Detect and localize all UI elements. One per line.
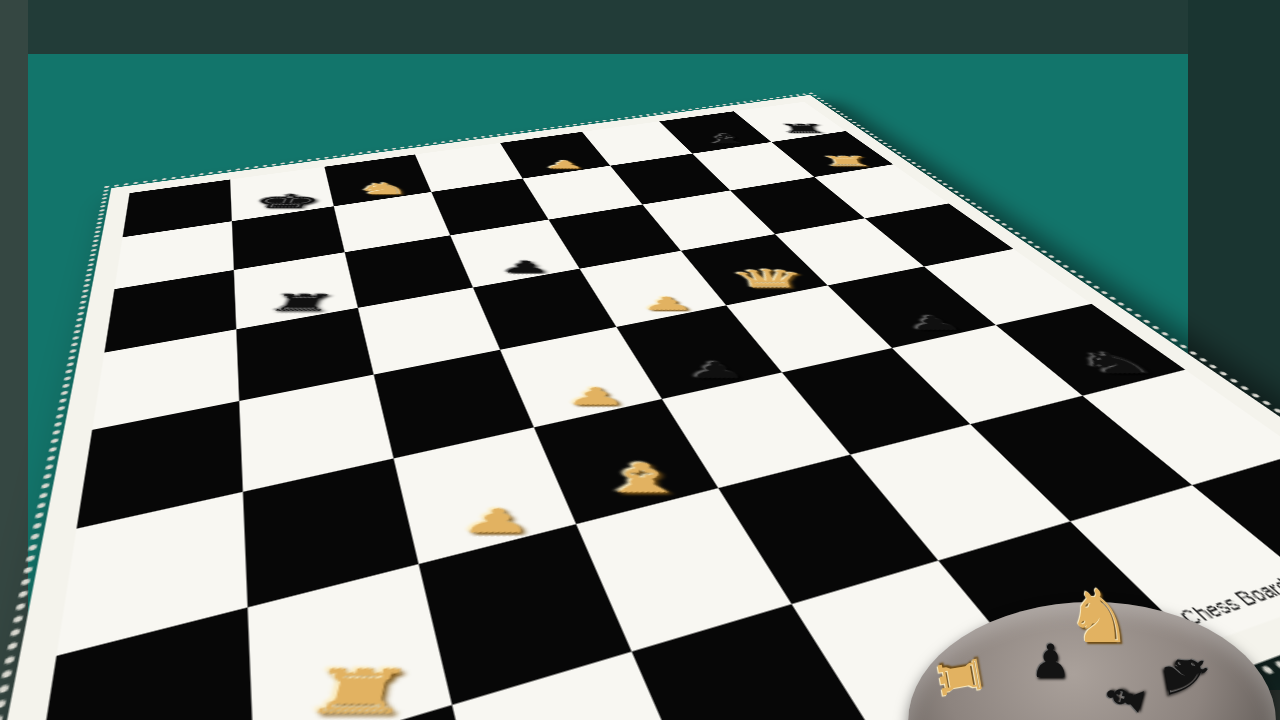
- white-pawn[interactable]: ♟: [415, 505, 575, 538]
- black-rook[interactable]: ♜: [758, 123, 846, 135]
- white-bishop[interactable]: ♝: [566, 459, 718, 500]
- black-king[interactable]: ♚: [232, 192, 340, 211]
- black-pawn[interactable]: ♟: [469, 259, 580, 275]
- white-knight[interactable]: ♞: [333, 180, 434, 196]
- white-rook[interactable]: ♜: [799, 155, 895, 169]
- captured-black-knight: ♞: [1153, 644, 1219, 705]
- black-pawn[interactable]: ♟: [870, 313, 999, 332]
- white-pawn[interactable]: ♟: [527, 384, 662, 408]
- white-pawn[interactable]: ♟: [519, 159, 610, 170]
- frame-top: [0, 0, 1280, 54]
- captured-white-rook: ♜: [929, 648, 991, 705]
- white-queen[interactable]: ♛: [711, 266, 829, 291]
- captured-white-knight: ♞: [1066, 580, 1132, 654]
- white-pawn[interactable]: ♟: [609, 295, 727, 313]
- black-rook[interactable]: ♜: [237, 291, 364, 314]
- captured-black-bishop: ♝: [1097, 671, 1155, 720]
- game-scene: ♚♞♟♝♜♜♜♟♟♛♟♟♟♟♝♞♜♚Chess Board®♟Chess Boa…: [0, 0, 1280, 720]
- black-pawn[interactable]: ♟: [651, 359, 783, 381]
- black-knight[interactable]: ♞: [1043, 349, 1192, 378]
- white-rook[interactable]: ♜: [254, 662, 457, 720]
- black-bishop[interactable]: ♝: [683, 132, 772, 145]
